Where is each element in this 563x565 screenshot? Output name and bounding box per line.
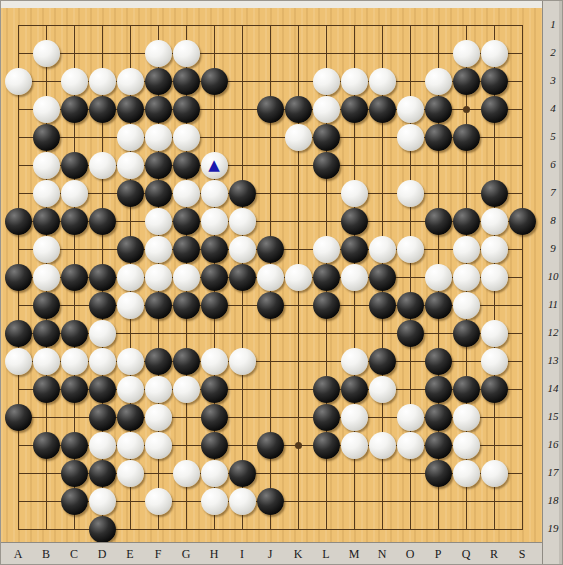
row-label-7: 7 xyxy=(543,186,563,198)
row-label-2: 2 xyxy=(543,46,563,58)
black-stone-L11 xyxy=(313,292,340,319)
white-stone-N16 xyxy=(369,432,396,459)
white-stone-Q2 xyxy=(453,40,480,67)
black-stone-R14 xyxy=(481,376,508,403)
white-stone-F10 xyxy=(145,264,172,291)
white-stone-B13 xyxy=(33,348,60,375)
black-stone-L6 xyxy=(313,152,340,179)
black-stone-C4 xyxy=(61,96,88,123)
white-stone-P3 xyxy=(425,68,452,95)
black-stone-P8 xyxy=(425,208,452,235)
black-stone-H14 xyxy=(201,376,228,403)
black-stone-G8 xyxy=(173,208,200,235)
black-stone-K4 xyxy=(285,96,312,123)
black-stone-Q8 xyxy=(453,208,480,235)
white-stone-C3 xyxy=(61,68,88,95)
black-stone-C17 xyxy=(61,460,88,487)
black-stone-H16 xyxy=(201,432,228,459)
white-stone-O5 xyxy=(397,124,424,151)
white-stone-D12 xyxy=(89,320,116,347)
white-stone-M10 xyxy=(341,264,368,291)
black-stone-R3 xyxy=(481,68,508,95)
black-stone-N10 xyxy=(369,264,396,291)
black-stone-G9 xyxy=(173,236,200,263)
column-label-H: H xyxy=(200,547,228,562)
white-stone-R13 xyxy=(481,348,508,375)
black-stone-O12 xyxy=(397,320,424,347)
white-stone-N14 xyxy=(369,376,396,403)
black-stone-J16 xyxy=(257,432,284,459)
black-stone-J9 xyxy=(257,236,284,263)
column-label-R: R xyxy=(480,547,508,562)
white-stone-F18 xyxy=(145,488,172,515)
row-label-19: 19 xyxy=(543,522,563,534)
column-label-B: B xyxy=(32,547,60,562)
white-stone-M3 xyxy=(341,68,368,95)
white-stone-H17 xyxy=(201,460,228,487)
white-stone-D16 xyxy=(89,432,116,459)
white-stone-G7 xyxy=(173,180,200,207)
black-stone-A12 xyxy=(5,320,32,347)
black-stone-H11 xyxy=(201,292,228,319)
black-stone-Q5 xyxy=(453,124,480,151)
row-label-8: 8 xyxy=(543,214,563,226)
white-stone-R8 xyxy=(481,208,508,235)
stones-layer: ▲ xyxy=(4,11,536,543)
white-stone-A3 xyxy=(5,68,32,95)
white-stone-E16 xyxy=(117,432,144,459)
column-label-P: P xyxy=(424,547,452,562)
column-label-O: O xyxy=(396,547,424,562)
white-stone-F8 xyxy=(145,208,172,235)
black-stone-G4 xyxy=(173,96,200,123)
black-stone-A10 xyxy=(5,264,32,291)
black-stone-D8 xyxy=(89,208,116,235)
row-label-18: 18 xyxy=(543,494,563,506)
black-stone-G11 xyxy=(173,292,200,319)
white-stone-D13 xyxy=(89,348,116,375)
white-stone-J10 xyxy=(257,264,284,291)
white-stone-H18 xyxy=(201,488,228,515)
row-label-9: 9 xyxy=(543,242,563,254)
white-stone-B6 xyxy=(33,152,60,179)
row-label-15: 15 xyxy=(543,410,563,422)
black-stone-P17 xyxy=(425,460,452,487)
black-stone-R4 xyxy=(481,96,508,123)
white-stone-R2 xyxy=(481,40,508,67)
column-label-J: J xyxy=(256,547,284,562)
black-stone-B16 xyxy=(33,432,60,459)
black-stone-N13 xyxy=(369,348,396,375)
row-label-3: 3 xyxy=(543,74,563,86)
black-stone-F11 xyxy=(145,292,172,319)
black-stone-E4 xyxy=(117,96,144,123)
row-label-17: 17 xyxy=(543,466,563,478)
white-stone-M15 xyxy=(341,404,368,431)
black-stone-D19 xyxy=(89,516,116,543)
white-stone-Q17 xyxy=(453,460,480,487)
white-stone-N9 xyxy=(369,236,396,263)
white-stone-E11 xyxy=(117,292,144,319)
column-label-C: C xyxy=(60,547,88,562)
white-stone-H13 xyxy=(201,348,228,375)
black-stone-P13 xyxy=(425,348,452,375)
black-stone-M4 xyxy=(341,96,368,123)
black-stone-E7 xyxy=(117,180,144,207)
white-stone-F15 xyxy=(145,404,172,431)
white-stone-D6 xyxy=(89,152,116,179)
row-label-14: 14 xyxy=(543,382,563,394)
white-stone-Q11 xyxy=(453,292,480,319)
column-label-A: A xyxy=(4,547,32,562)
row-coordinate-strip: 12345678910111213141516171819 xyxy=(542,1,563,565)
white-stone-Q10 xyxy=(453,264,480,291)
black-stone-L15 xyxy=(313,404,340,431)
black-stone-G6 xyxy=(173,152,200,179)
black-stone-F7 xyxy=(145,180,172,207)
white-stone-L9 xyxy=(313,236,340,263)
black-stone-I17 xyxy=(229,460,256,487)
black-stone-S8 xyxy=(509,208,536,235)
black-stone-B5 xyxy=(33,124,60,151)
column-label-L: L xyxy=(312,547,340,562)
white-stone-B4 xyxy=(33,96,60,123)
white-stone-F9 xyxy=(145,236,172,263)
black-stone-B12 xyxy=(33,320,60,347)
column-label-M: M xyxy=(340,547,368,562)
black-stone-D4 xyxy=(89,96,116,123)
black-stone-L10 xyxy=(313,264,340,291)
black-stone-C12 xyxy=(61,320,88,347)
black-stone-P14 xyxy=(425,376,452,403)
white-stone-M7 xyxy=(341,180,368,207)
white-stone-H6: ▲ xyxy=(201,152,228,179)
row-label-1: 1 xyxy=(543,18,563,30)
white-stone-R12 xyxy=(481,320,508,347)
black-stone-H15 xyxy=(201,404,228,431)
white-stone-E13 xyxy=(117,348,144,375)
go-app-window: ▲ 12345678910111213141516171819 ABCDEFGH… xyxy=(0,0,563,565)
white-stone-H7 xyxy=(201,180,228,207)
black-stone-E9 xyxy=(117,236,144,263)
white-stone-A13 xyxy=(5,348,32,375)
black-stone-J18 xyxy=(257,488,284,515)
black-stone-J11 xyxy=(257,292,284,319)
black-stone-H10 xyxy=(201,264,228,291)
white-stone-B7 xyxy=(33,180,60,207)
white-stone-K5 xyxy=(285,124,312,151)
white-stone-E10 xyxy=(117,264,144,291)
white-stone-B9 xyxy=(33,236,60,263)
black-stone-D10 xyxy=(89,264,116,291)
white-stone-R10 xyxy=(481,264,508,291)
white-stone-R17 xyxy=(481,460,508,487)
black-stone-D14 xyxy=(89,376,116,403)
black-stone-L5 xyxy=(313,124,340,151)
white-stone-L4 xyxy=(313,96,340,123)
white-stone-P10 xyxy=(425,264,452,291)
white-stone-G17 xyxy=(173,460,200,487)
black-stone-C6 xyxy=(61,152,88,179)
white-stone-I13 xyxy=(229,348,256,375)
white-stone-C13 xyxy=(61,348,88,375)
white-stone-L3 xyxy=(313,68,340,95)
black-stone-H9 xyxy=(201,236,228,263)
black-stone-D11 xyxy=(89,292,116,319)
black-stone-L16 xyxy=(313,432,340,459)
black-stone-G13 xyxy=(173,348,200,375)
column-label-I: I xyxy=(228,547,256,562)
white-stone-E6 xyxy=(117,152,144,179)
black-stone-Q12 xyxy=(453,320,480,347)
row-label-11: 11 xyxy=(543,298,563,310)
black-stone-C10 xyxy=(61,264,88,291)
black-stone-M9 xyxy=(341,236,368,263)
white-stone-E3 xyxy=(117,68,144,95)
black-stone-P16 xyxy=(425,432,452,459)
black-stone-D15 xyxy=(89,404,116,431)
white-stone-O9 xyxy=(397,236,424,263)
white-stone-Q15 xyxy=(453,404,480,431)
column-label-S: S xyxy=(508,547,536,562)
white-stone-O4 xyxy=(397,96,424,123)
column-label-N: N xyxy=(368,547,396,562)
white-stone-I18 xyxy=(229,488,256,515)
black-stone-O11 xyxy=(397,292,424,319)
black-stone-N11 xyxy=(369,292,396,319)
black-stone-P4 xyxy=(425,96,452,123)
column-label-Q: Q xyxy=(452,547,480,562)
column-label-E: E xyxy=(116,547,144,562)
white-stone-D3 xyxy=(89,68,116,95)
black-stone-N4 xyxy=(369,96,396,123)
black-stone-C18 xyxy=(61,488,88,515)
row-label-13: 13 xyxy=(543,354,563,366)
white-stone-G14 xyxy=(173,376,200,403)
black-stone-Q14 xyxy=(453,376,480,403)
white-stone-G5 xyxy=(173,124,200,151)
black-stone-L14 xyxy=(313,376,340,403)
black-stone-P5 xyxy=(425,124,452,151)
white-stone-D18 xyxy=(89,488,116,515)
white-stone-O16 xyxy=(397,432,424,459)
white-stone-F2 xyxy=(145,40,172,67)
column-label-D: D xyxy=(88,547,116,562)
black-stone-C14 xyxy=(61,376,88,403)
row-label-5: 5 xyxy=(543,130,563,142)
black-stone-M8 xyxy=(341,208,368,235)
row-label-4: 4 xyxy=(543,102,563,114)
last-move-triangle: ▲ xyxy=(201,152,228,179)
black-stone-C16 xyxy=(61,432,88,459)
row-label-10: 10 xyxy=(543,270,563,282)
black-stone-I10 xyxy=(229,264,256,291)
black-stone-I7 xyxy=(229,180,256,207)
white-stone-Q16 xyxy=(453,432,480,459)
white-stone-I9 xyxy=(229,236,256,263)
column-label-K: K xyxy=(284,547,312,562)
black-stone-J4 xyxy=(257,96,284,123)
row-label-6: 6 xyxy=(543,158,563,170)
black-stone-F13 xyxy=(145,348,172,375)
white-stone-G2 xyxy=(173,40,200,67)
white-stone-C7 xyxy=(61,180,88,207)
white-stone-E5 xyxy=(117,124,144,151)
white-stone-F5 xyxy=(145,124,172,151)
white-stone-H8 xyxy=(201,208,228,235)
white-stone-F16 xyxy=(145,432,172,459)
white-stone-G10 xyxy=(173,264,200,291)
black-stone-P15 xyxy=(425,404,452,431)
black-stone-B8 xyxy=(33,208,60,235)
column-label-F: F xyxy=(144,547,172,562)
row-label-12: 12 xyxy=(543,326,563,338)
white-stone-I8 xyxy=(229,208,256,235)
white-stone-O15 xyxy=(397,404,424,431)
black-stone-Q3 xyxy=(453,68,480,95)
white-stone-N3 xyxy=(369,68,396,95)
white-stone-O7 xyxy=(397,180,424,207)
column-label-G: G xyxy=(172,547,200,562)
white-stone-M16 xyxy=(341,432,368,459)
white-stone-R9 xyxy=(481,236,508,263)
go-board[interactable]: ▲ xyxy=(1,8,542,542)
white-stone-M13 xyxy=(341,348,368,375)
black-stone-B14 xyxy=(33,376,60,403)
white-stone-F14 xyxy=(145,376,172,403)
black-stone-P11 xyxy=(425,292,452,319)
black-stone-E15 xyxy=(117,404,144,431)
white-stone-Q9 xyxy=(453,236,480,263)
black-stone-C8 xyxy=(61,208,88,235)
black-stone-F3 xyxy=(145,68,172,95)
black-stone-A8 xyxy=(5,208,32,235)
black-stone-A15 xyxy=(5,404,32,431)
white-stone-K10 xyxy=(285,264,312,291)
white-stone-B2 xyxy=(33,40,60,67)
black-stone-H3 xyxy=(201,68,228,95)
column-coordinate-strip: ABCDEFGHIJKLMNOPQRS xyxy=(1,542,542,565)
black-stone-F6 xyxy=(145,152,172,179)
white-stone-B10 xyxy=(33,264,60,291)
black-stone-B11 xyxy=(33,292,60,319)
row-label-16: 16 xyxy=(543,438,563,450)
black-stone-R7 xyxy=(481,180,508,207)
white-stone-E17 xyxy=(117,460,144,487)
black-stone-D17 xyxy=(89,460,116,487)
black-stone-G3 xyxy=(173,68,200,95)
black-stone-M14 xyxy=(341,376,368,403)
black-stone-F4 xyxy=(145,96,172,123)
white-stone-E14 xyxy=(117,376,144,403)
